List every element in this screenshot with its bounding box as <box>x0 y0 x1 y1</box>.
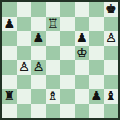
square-b1[interactable] <box>17 104 32 119</box>
piece-white-bishop: ♗ <box>47 90 58 103</box>
square-f2[interactable] <box>75 89 90 104</box>
square-a3[interactable] <box>2 75 17 90</box>
square-b8[interactable] <box>17 2 32 17</box>
piece-white-rook: ♖ <box>47 18 58 31</box>
piece-black-rook: ♜ <box>4 90 15 103</box>
square-e3[interactable] <box>60 75 75 90</box>
square-c2[interactable] <box>31 89 46 104</box>
square-d5[interactable] <box>46 46 61 61</box>
square-g2[interactable]: ♟ <box>89 89 104 104</box>
square-e7[interactable] <box>60 17 75 32</box>
square-c4[interactable]: ♙ <box>31 60 46 75</box>
piece-black-pawn: ♟ <box>76 32 87 45</box>
square-h4[interactable] <box>104 60 119 75</box>
square-g1[interactable] <box>89 104 104 119</box>
square-e1[interactable] <box>60 104 75 119</box>
square-a4[interactable] <box>2 60 17 75</box>
square-a8[interactable] <box>2 2 17 17</box>
square-f8[interactable] <box>75 2 90 17</box>
square-d8[interactable] <box>46 2 61 17</box>
chessboard: ♚♟♖♟♟♙♔♙♙♜♗♟♝ <box>2 2 118 118</box>
square-g6[interactable] <box>89 31 104 46</box>
square-f7[interactable] <box>75 17 90 32</box>
square-f1[interactable] <box>75 104 90 119</box>
square-g3[interactable] <box>89 75 104 90</box>
square-a7[interactable]: ♟ <box>2 17 17 32</box>
square-e8[interactable] <box>60 2 75 17</box>
square-c1[interactable] <box>31 104 46 119</box>
square-c7[interactable] <box>31 17 46 32</box>
square-e5[interactable] <box>60 46 75 61</box>
square-f6[interactable]: ♟ <box>75 31 90 46</box>
square-d7[interactable]: ♖ <box>46 17 61 32</box>
square-d6[interactable] <box>46 31 61 46</box>
square-d1[interactable] <box>46 104 61 119</box>
square-a2[interactable]: ♜ <box>2 89 17 104</box>
piece-white-pawn: ♙ <box>105 32 116 45</box>
square-d4[interactable] <box>46 60 61 75</box>
square-b5[interactable] <box>17 46 32 61</box>
square-c3[interactable] <box>31 75 46 90</box>
square-b2[interactable] <box>17 89 32 104</box>
square-g7[interactable] <box>89 17 104 32</box>
square-h7[interactable] <box>104 17 119 32</box>
piece-black-king: ♚ <box>105 3 116 16</box>
piece-white-king: ♔ <box>76 47 87 60</box>
square-g8[interactable] <box>89 2 104 17</box>
square-b4[interactable]: ♙ <box>17 60 32 75</box>
square-h1[interactable] <box>104 104 119 119</box>
square-e6[interactable] <box>60 31 75 46</box>
square-a1[interactable] <box>2 104 17 119</box>
piece-black-pawn: ♟ <box>33 32 44 45</box>
square-h3[interactable] <box>104 75 119 90</box>
piece-black-pawn: ♟ <box>4 18 15 31</box>
square-g5[interactable] <box>89 46 104 61</box>
square-b3[interactable] <box>17 75 32 90</box>
square-d3[interactable] <box>46 75 61 90</box>
piece-white-pawn: ♙ <box>33 61 44 74</box>
square-e2[interactable] <box>60 89 75 104</box>
square-h8[interactable]: ♚ <box>104 2 119 17</box>
square-h6[interactable]: ♙ <box>104 31 119 46</box>
square-b7[interactable] <box>17 17 32 32</box>
square-e4[interactable] <box>60 60 75 75</box>
square-f5[interactable]: ♔ <box>75 46 90 61</box>
square-g4[interactable] <box>89 60 104 75</box>
piece-black-pawn: ♟ <box>91 90 102 103</box>
piece-white-pawn: ♙ <box>18 61 29 74</box>
square-b6[interactable] <box>17 31 32 46</box>
piece-black-bishop: ♝ <box>105 90 116 103</box>
square-f3[interactable] <box>75 75 90 90</box>
square-c5[interactable] <box>31 46 46 61</box>
square-c6[interactable]: ♟ <box>31 31 46 46</box>
square-a5[interactable] <box>2 46 17 61</box>
square-h2[interactable]: ♝ <box>104 89 119 104</box>
square-f4[interactable] <box>75 60 90 75</box>
square-h5[interactable] <box>104 46 119 61</box>
square-c8[interactable] <box>31 2 46 17</box>
square-d2[interactable]: ♗ <box>46 89 61 104</box>
chessboard-frame: ♚♟♖♟♟♙♔♙♙♜♗♟♝ <box>0 0 120 120</box>
square-a6[interactable] <box>2 31 17 46</box>
